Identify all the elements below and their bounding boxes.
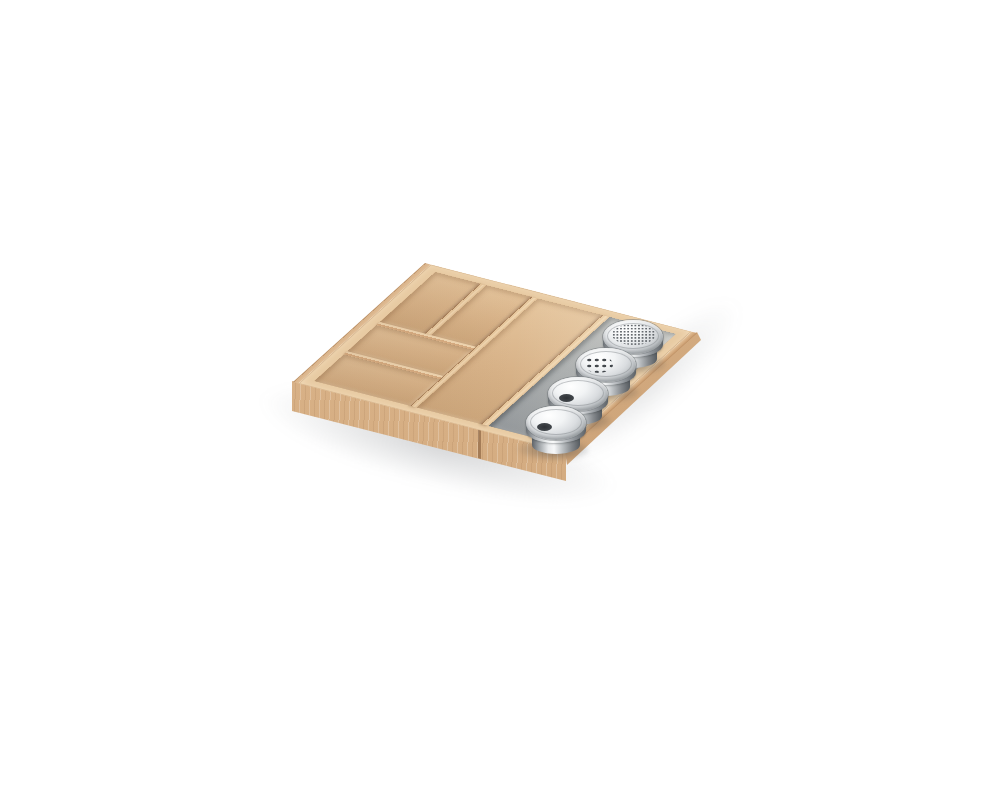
jar-lid-pour-opening [526, 406, 586, 440]
spice-jar-4 [526, 406, 586, 464]
product-photo [0, 0, 1000, 800]
